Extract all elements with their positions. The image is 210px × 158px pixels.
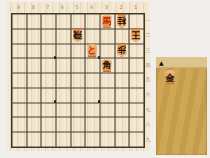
board-cell[interactable]: [56, 44, 71, 59]
sente-to-move-marker: ▲: [159, 59, 164, 66]
file-label: 1: [128, 3, 143, 11]
board-cell[interactable]: [41, 103, 56, 118]
file-coordinates: 987654321: [11, 3, 143, 11]
board-cell[interactable]: [27, 132, 42, 147]
board-cell[interactable]: [100, 132, 115, 147]
file-label: 4: [84, 3, 99, 11]
star-point: [98, 56, 100, 58]
board-cell[interactable]: [56, 29, 71, 44]
board-cell[interactable]: [41, 14, 56, 29]
rank-label: 八: [144, 116, 152, 131]
board-cell[interactable]: [12, 14, 27, 29]
board-cell[interactable]: [71, 73, 86, 88]
board-cell[interactable]: [115, 73, 130, 88]
board-cell[interactable]: [41, 29, 56, 44]
board-cell[interactable]: [129, 14, 144, 29]
board-cell[interactable]: [85, 117, 100, 132]
board-cell[interactable]: [27, 103, 42, 118]
board-cell[interactable]: [12, 58, 27, 73]
rank-label: 五: [144, 72, 152, 87]
board-cell[interactable]: [100, 117, 115, 132]
board-cell[interactable]: [41, 58, 56, 73]
rank-label: 九: [144, 131, 152, 146]
board-cell[interactable]: [100, 103, 115, 118]
board-cell[interactable]: [71, 14, 86, 29]
board-cell[interactable]: [12, 117, 27, 132]
board-cell[interactable]: [12, 103, 27, 118]
komadai-hand-stand: ▲: [156, 57, 207, 155]
board-cell[interactable]: [85, 29, 100, 44]
rank-coordinates: 一二三四五六七八九: [144, 13, 152, 146]
board-cell[interactable]: [115, 29, 130, 44]
board-cell[interactable]: [56, 14, 71, 29]
board-cell[interactable]: [71, 132, 86, 147]
board-cell[interactable]: [115, 117, 130, 132]
board-cell[interactable]: [27, 29, 42, 44]
board-cell[interactable]: [129, 73, 144, 88]
board-cell[interactable]: [100, 73, 115, 88]
file-label: 5: [70, 3, 85, 11]
board-cell[interactable]: [56, 117, 71, 132]
board-cell[interactable]: [12, 73, 27, 88]
rank-label: 七: [144, 102, 152, 117]
board-cell[interactable]: [12, 88, 27, 103]
board-cell[interactable]: [27, 117, 42, 132]
board-cell[interactable]: [129, 117, 144, 132]
board-cell[interactable]: [85, 73, 100, 88]
rank-label: 六: [144, 87, 152, 102]
board-cell[interactable]: [12, 44, 27, 59]
board-cell[interactable]: [27, 58, 42, 73]
board-cell[interactable]: [71, 58, 86, 73]
board-cell[interactable]: [85, 58, 100, 73]
board-cell[interactable]: [27, 44, 42, 59]
board-cell[interactable]: [115, 103, 130, 118]
board-cell[interactable]: [12, 132, 27, 147]
board-cell[interactable]: [27, 14, 42, 29]
file-label: 2: [114, 3, 129, 11]
board-cell[interactable]: [41, 73, 56, 88]
board-cell[interactable]: [71, 103, 86, 118]
board-cell[interactable]: [56, 132, 71, 147]
star-point: [98, 100, 100, 102]
board-cell[interactable]: [115, 88, 130, 103]
file-label: 8: [26, 3, 41, 11]
board-cell[interactable]: [129, 88, 144, 103]
board-cell[interactable]: [56, 88, 71, 103]
board-cell[interactable]: [100, 29, 115, 44]
rank-label: 一: [144, 13, 152, 28]
board-cell[interactable]: [85, 132, 100, 147]
board-cell[interactable]: [85, 14, 100, 29]
board-cell[interactable]: [129, 103, 144, 118]
rank-label: 三: [144, 43, 152, 58]
board-cell[interactable]: [56, 73, 71, 88]
board-cell[interactable]: [56, 103, 71, 118]
board-cell[interactable]: [129, 44, 144, 59]
board-cell[interactable]: [85, 103, 100, 118]
file-label: 7: [40, 3, 55, 11]
board-cell[interactable]: [115, 132, 130, 147]
board-cell[interactable]: [71, 117, 86, 132]
board-cell[interactable]: [27, 73, 42, 88]
board-cell[interactable]: [100, 88, 115, 103]
board-cell[interactable]: [71, 88, 86, 103]
board-cell[interactable]: [27, 88, 42, 103]
board-cell[interactable]: [41, 117, 56, 132]
file-label: 6: [55, 3, 70, 11]
star-point: [54, 100, 56, 102]
board-cell[interactable]: [71, 44, 86, 59]
board-cell[interactable]: [41, 132, 56, 147]
star-point: [54, 56, 56, 58]
rank-label: 四: [144, 57, 152, 72]
board-cell[interactable]: [100, 44, 115, 59]
board-cell[interactable]: [12, 29, 27, 44]
file-label: 3: [99, 3, 114, 11]
board-cell[interactable]: [56, 58, 71, 73]
rank-label: 二: [144, 28, 152, 43]
file-label: 9: [11, 3, 26, 11]
board-cell[interactable]: [129, 58, 144, 73]
board-cell[interactable]: [115, 58, 130, 73]
board-cell[interactable]: [129, 132, 144, 147]
